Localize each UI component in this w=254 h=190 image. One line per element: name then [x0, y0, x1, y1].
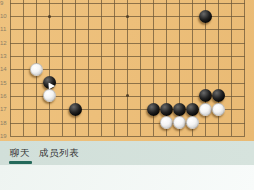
black-stone — [186, 103, 199, 116]
grid-line — [114, 0, 115, 136]
row-label: 9 — [0, 0, 9, 7]
grid-line — [127, 0, 128, 136]
black-stone — [160, 103, 173, 116]
tab-members[interactable]: 成员列表 — [39, 141, 79, 165]
row-label: 12 — [0, 39, 9, 47]
grid-line — [10, 29, 245, 30]
row-label: 10 — [0, 12, 9, 20]
grid-line — [23, 0, 24, 136]
white-stone — [160, 116, 173, 129]
star-point — [48, 15, 51, 18]
row-label: 17 — [0, 105, 9, 113]
row-label: 11 — [0, 25, 9, 33]
bottom-tab-bar: 聊天 成员列表 — [0, 141, 254, 165]
black-stone — [212, 89, 225, 102]
row-label: 14 — [0, 65, 9, 73]
grid-line — [231, 0, 232, 136]
grid-line — [10, 3, 245, 4]
grid-line — [62, 0, 63, 136]
grid-line — [101, 0, 102, 136]
grid-line — [153, 0, 154, 136]
row-label: 15 — [0, 79, 9, 87]
selected-tab-underline — [9, 161, 32, 164]
black-stone — [147, 103, 160, 116]
grid-line — [244, 0, 245, 136]
row-label: 18 — [0, 119, 9, 127]
grid-line — [10, 123, 245, 124]
white-stone — [173, 116, 186, 129]
grid-line — [10, 0, 11, 136]
go-board[interactable]: 910111213141516171819 — [0, 0, 254, 141]
grid-line — [140, 0, 141, 136]
black-stone — [199, 10, 212, 23]
grid-line — [10, 69, 245, 70]
row-label: 13 — [0, 52, 9, 60]
black-stone — [173, 103, 186, 116]
go-app-window: 910111213141516171819 聊天 成员列表 — [0, 0, 254, 190]
star-point — [126, 15, 129, 18]
grid-line — [10, 43, 245, 44]
white-stone — [212, 103, 225, 116]
black-stone — [199, 89, 212, 102]
row-label: 19 — [0, 132, 9, 140]
grid-line — [88, 0, 89, 136]
black-stone — [69, 103, 82, 116]
grid-line — [218, 0, 219, 136]
grid-line — [75, 0, 76, 136]
row-label: 16 — [0, 92, 9, 100]
grid-line — [49, 0, 50, 136]
white-stone — [30, 63, 43, 76]
white-stone — [199, 103, 212, 116]
white-stone — [43, 89, 56, 102]
white-stone — [186, 116, 199, 129]
grid-line — [10, 56, 245, 57]
grid-line — [10, 136, 245, 137]
chat-panel — [0, 165, 254, 190]
